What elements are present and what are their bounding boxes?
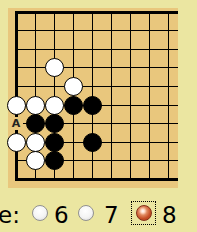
go-board[interactable]: A bbox=[8, 8, 178, 188]
radio-option-6[interactable] bbox=[32, 205, 48, 221]
white-stone bbox=[26, 133, 45, 152]
grid-hline bbox=[15, 49, 178, 50]
black-stone bbox=[45, 114, 64, 133]
black-stone bbox=[26, 114, 45, 133]
white-stone bbox=[45, 58, 64, 77]
grid-hline bbox=[15, 30, 178, 31]
grid-hline bbox=[15, 86, 178, 87]
radio-option-8[interactable] bbox=[136, 205, 152, 221]
radio-label-7[interactable]: 7 bbox=[104, 202, 119, 228]
black-stone bbox=[83, 133, 102, 152]
radio-option-7[interactable] bbox=[78, 205, 94, 221]
black-stone bbox=[45, 133, 64, 152]
grid-hline bbox=[15, 178, 178, 181]
grid-vline bbox=[168, 11, 169, 181]
white-stone bbox=[45, 96, 64, 115]
black-stone bbox=[45, 151, 64, 170]
white-stone bbox=[7, 133, 26, 152]
white-stone bbox=[64, 77, 83, 96]
grid-vline bbox=[130, 11, 131, 181]
point-label-A: A bbox=[10, 117, 23, 130]
grid-vline bbox=[149, 11, 150, 181]
radio-label-8[interactable]: 8 bbox=[162, 202, 177, 228]
quiz-prompt: e: bbox=[0, 202, 20, 228]
grid-vline bbox=[111, 11, 112, 181]
black-stone bbox=[83, 96, 102, 115]
black-stone bbox=[64, 96, 83, 115]
grid-hline bbox=[15, 11, 178, 14]
grid-hline bbox=[15, 67, 178, 68]
white-stone bbox=[26, 96, 45, 115]
radio-label-6[interactable]: 6 bbox=[54, 202, 69, 228]
answer-row: e: 6 7 8 bbox=[0, 196, 197, 232]
white-stone bbox=[26, 151, 45, 170]
white-stone bbox=[7, 96, 26, 115]
